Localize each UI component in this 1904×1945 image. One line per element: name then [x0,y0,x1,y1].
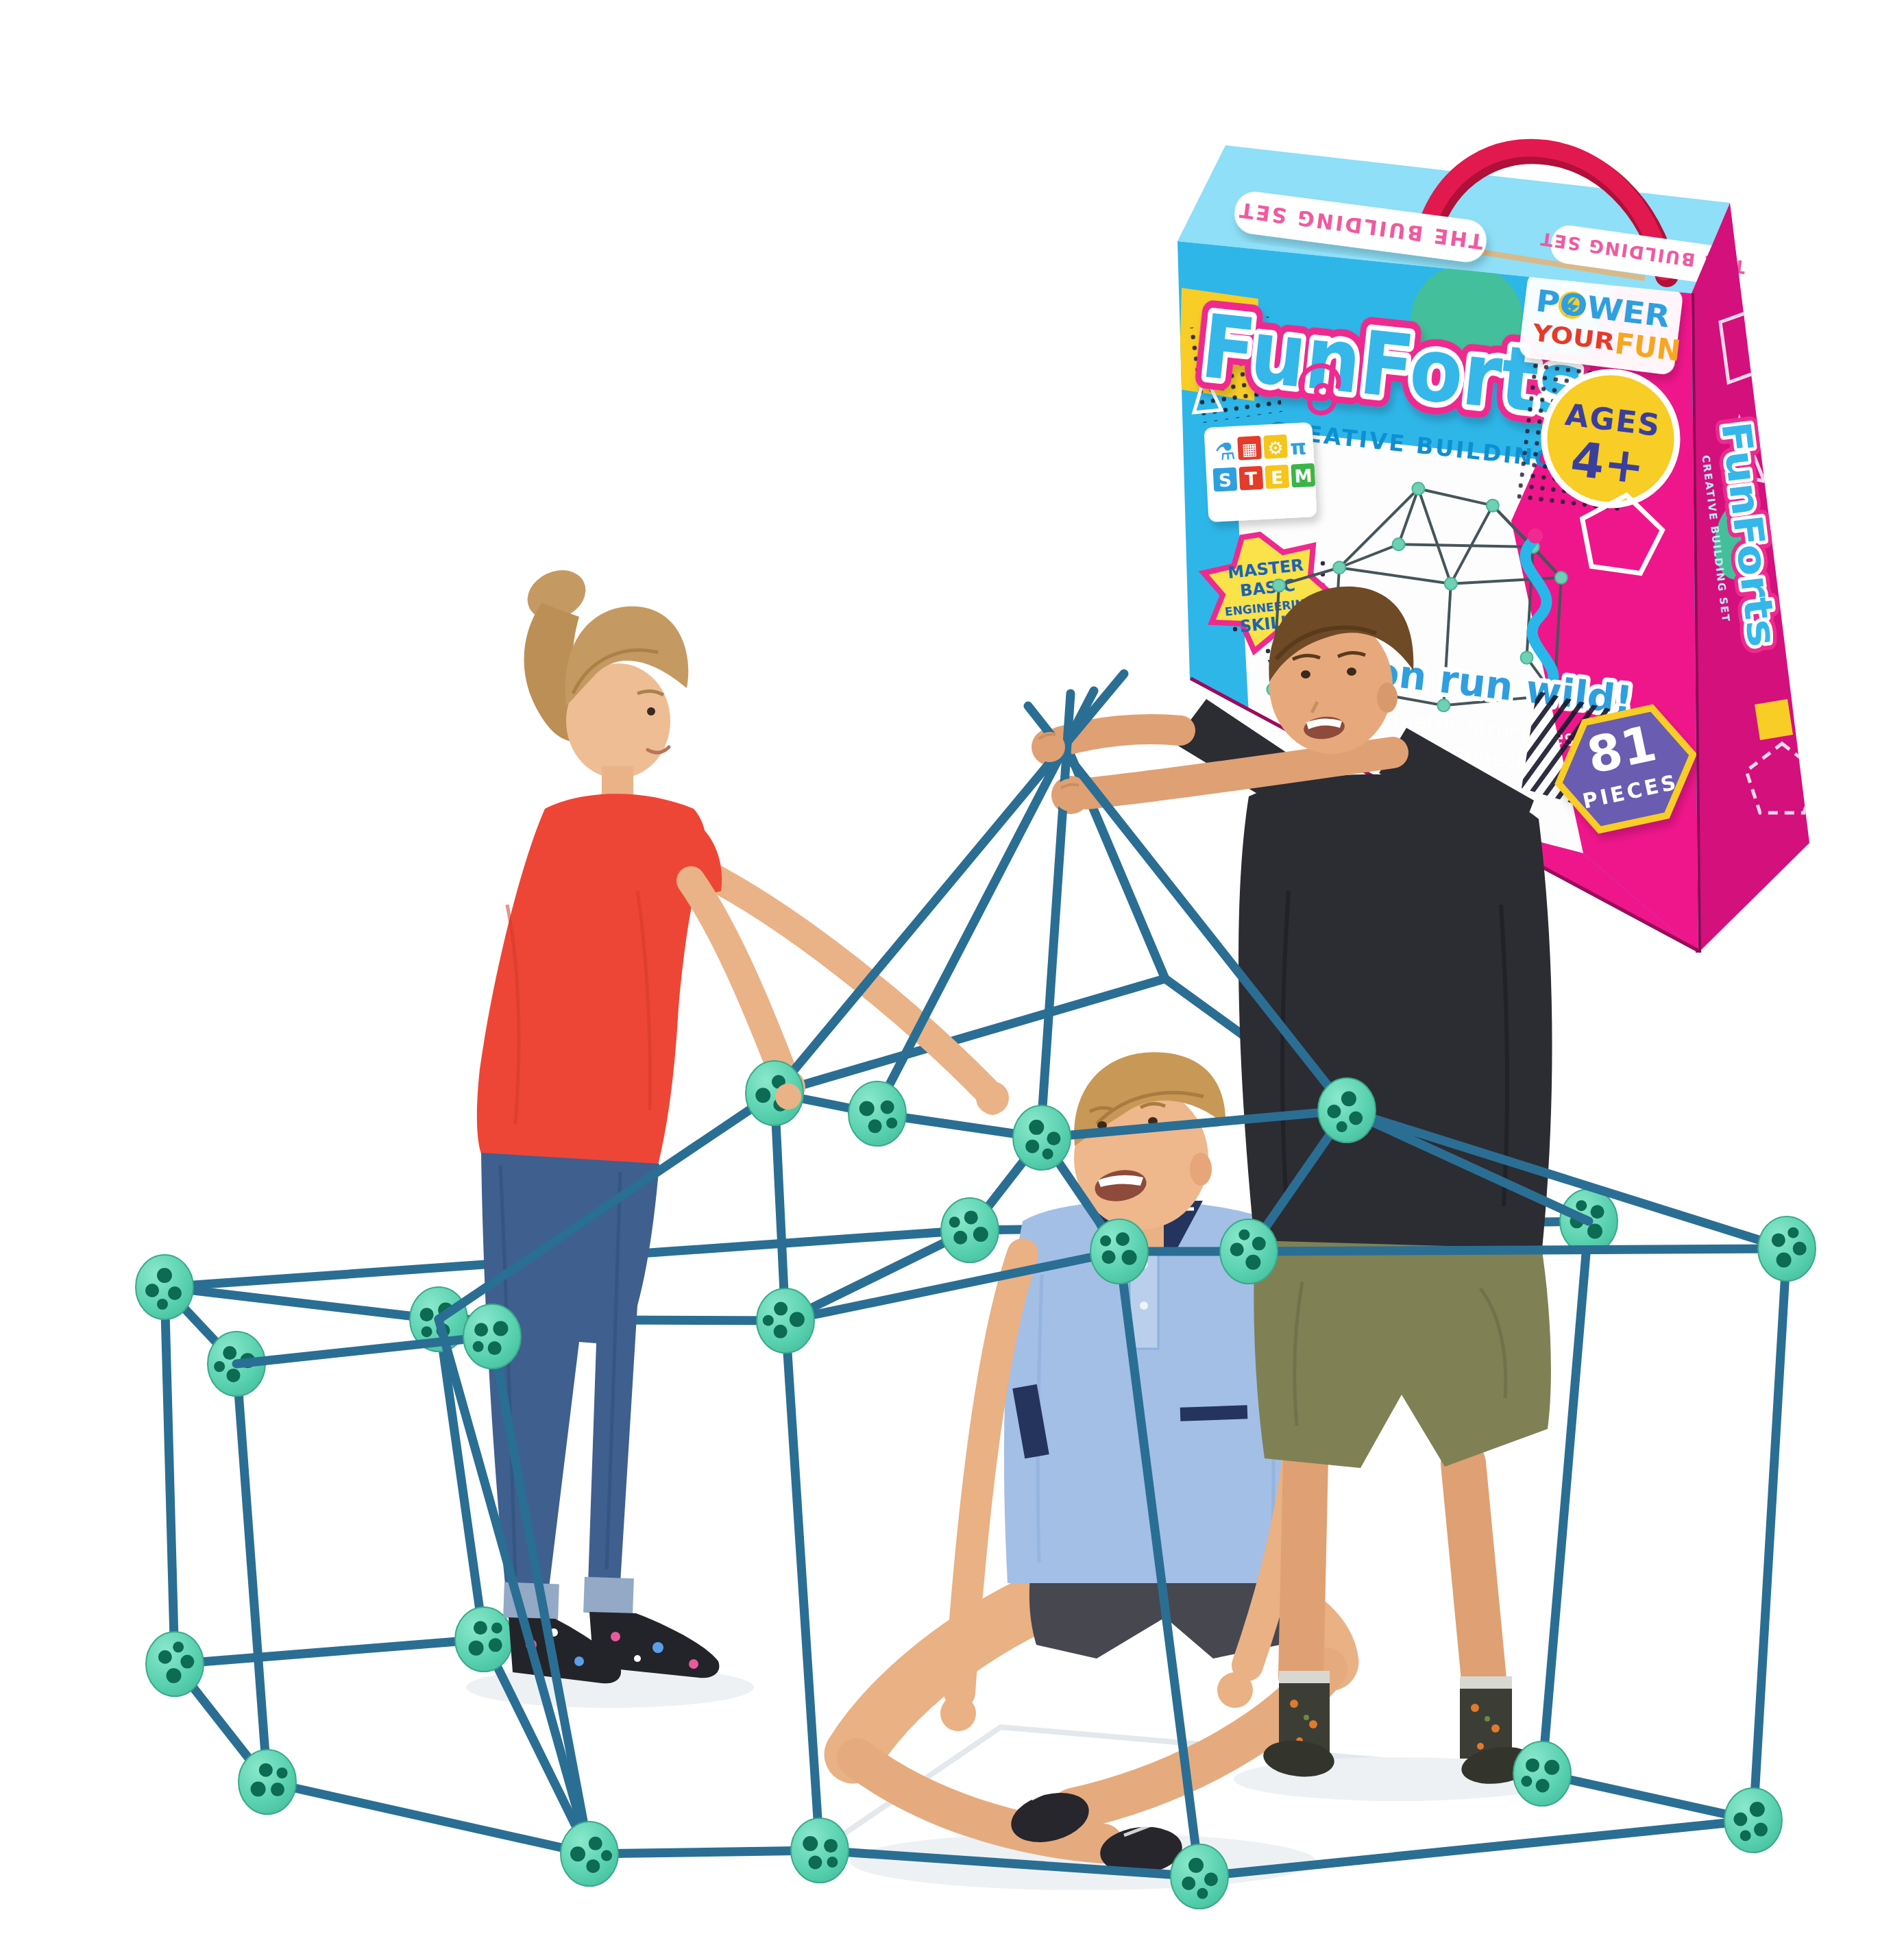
connector-hole [1337,1121,1347,1132]
stem-letter-m: M [1294,465,1313,487]
standboy-left-leg [1301,1460,1306,1676]
connector-hole [859,1101,875,1116]
standboy-sock-stripe [1279,1671,1330,1683]
building-rod [175,1639,484,1664]
connector-hole [1197,1888,1208,1899]
flask-icon: ⚗ [1214,437,1236,466]
diagram-node [1554,571,1567,584]
connector-hole [168,1286,182,1300]
connector-hole [1100,1236,1111,1247]
sitboy-left-thigh [853,1607,1028,1754]
connector-hole [1521,1776,1532,1787]
standboy-shorts [1254,1234,1551,1468]
standboy-eye [1347,668,1356,676]
connector-hole [1750,1802,1765,1817]
connector-hole [1536,1778,1550,1792]
connector-hole [1772,1233,1785,1247]
connector-ball [239,1750,296,1814]
connector-hole [1252,1237,1266,1251]
connector-ball [561,1822,618,1886]
connector-hole [803,1836,818,1851]
connector-hole [488,1341,502,1355]
connector-ball [849,1081,906,1146]
sitboy-button [1140,1301,1148,1310]
connector-ball [1758,1216,1816,1281]
stem-letter-t: T [1245,468,1258,489]
connector-hole [881,1100,894,1114]
connector-hole [790,1312,805,1327]
connector-hole [1587,1223,1602,1238]
connector-hole [474,1621,487,1635]
diagram-node [1332,561,1345,574]
standboy-fist-over [1035,732,1065,762]
connector-hole [570,1846,585,1861]
connector-hole [1787,1227,1798,1238]
building-rod [1542,1774,1753,1820]
yellow-square-icon [1755,699,1793,740]
connector-ball [463,1304,521,1369]
connector-hole [158,1650,172,1664]
connector-ball [1090,1219,1148,1284]
building-rod [1249,1249,1787,1251]
connector-hole [774,1302,788,1316]
diagram-node [1444,577,1457,590]
building-rod [1542,1221,1589,1774]
connector-hole [493,1321,508,1336]
connector-hole [1327,1105,1341,1118]
connector-ball [146,1632,204,1696]
connector-hole [180,1655,194,1669]
connector-hole [886,1118,897,1129]
connector-hole [964,1210,978,1224]
connector-hole [1188,1858,1204,1873]
qr-icon: ▦ [1241,439,1258,459]
connector-hole [949,1216,960,1227]
building-rod [589,1850,820,1854]
sitboy-ear [1190,1153,1212,1186]
connector-hole [277,1767,288,1778]
connector-hole [474,1323,488,1336]
connector-hole [223,1346,236,1360]
diagram-node [1412,482,1425,495]
girl-jean-cuff-right [583,1577,634,1614]
diagram-node [1272,579,1285,592]
standboy-right-leg [1463,1463,1484,1679]
connector-hole [589,1837,602,1850]
connector-hole [173,1641,184,1652]
diagram-node [1520,651,1533,664]
standboy-sock-stripe [1460,1676,1512,1689]
standboy-ear [1377,683,1398,713]
connector-hole [1230,1243,1244,1256]
connector-hole [1349,1111,1363,1125]
connector-ball [1013,1105,1071,1170]
connector-hole [953,1231,967,1245]
building-rod [164,1287,439,1319]
connector-hole [271,1783,284,1796]
connector-hole [763,1315,774,1326]
connector-hole [1544,1760,1559,1775]
building-rod [439,1319,484,1639]
girl-fingers-over [775,1084,801,1110]
building-rod [1753,1249,1787,1820]
connector-ball [1724,1788,1782,1852]
connector-hole [1341,1091,1356,1106]
girl-eye [647,707,655,715]
connector-hole [491,1622,502,1633]
stem-badge: ⚗ ▦ ⚙ π S T E M [1204,422,1317,522]
building-rod [267,1782,589,1854]
connector-hole [1042,1149,1053,1160]
connector-ball [1513,1741,1571,1806]
connector-hole [1025,1140,1039,1153]
connector-hole [755,1088,770,1103]
connector-hole [157,1268,172,1283]
connector-hole [420,1308,434,1321]
girl-fingers-over [982,1094,1003,1115]
connector-hole [469,1641,484,1656]
diagram-node [1486,499,1499,512]
girl-tshirt [477,794,706,1165]
connector-hole [1122,1250,1137,1265]
connector-hole [1245,1255,1260,1270]
connector-hole [1733,1813,1747,1826]
ages-value: 4+ [1567,430,1648,495]
connector-hole [145,1284,159,1297]
connector-hole [973,1227,988,1242]
gear-icon: ⚙ [1267,437,1284,458]
connector-hole [422,1326,432,1337]
connector-hole [824,1839,838,1852]
connector-hole [167,1668,182,1683]
connector-hole [1047,1131,1060,1145]
connector-hole [251,1781,266,1796]
connector-ball [1318,1078,1376,1142]
stem-letter-e: E [1271,467,1284,488]
product-photo-scene: THE BUILDING SET THE BUILDING SET FunFor… [0,0,1904,1945]
connector-hole [827,1857,838,1868]
standboy-eye [1301,670,1310,678]
building-rod [774,1093,785,1321]
connector-hole [1526,1759,1539,1772]
pi-icon: π [1289,435,1307,459]
sitboy-left-hand [940,1696,976,1731]
connector-hole [586,1859,600,1873]
connector-hole [214,1361,225,1372]
building-rod [164,1287,175,1664]
connector-ball [791,1818,849,1883]
connector-hole [1777,1252,1792,1267]
connector-hole [601,1850,612,1861]
connector-hole [1182,1876,1195,1890]
connector-hole [259,1763,273,1777]
connector-hole [1754,1823,1768,1837]
connector-hole [1740,1830,1751,1841]
connector-ball [757,1288,814,1353]
connector-hole [157,1299,168,1310]
connector-hole [473,1341,484,1352]
connector-ball [941,1198,999,1262]
connector-hole [774,1325,788,1338]
connector-hole [1793,1242,1807,1256]
connector-hole [808,1856,822,1870]
connector-hole [1576,1200,1587,1211]
connector-ball [1220,1219,1278,1284]
building-rod [785,1321,820,1850]
connector-hole [1102,1250,1116,1264]
connector-hole [1238,1230,1249,1240]
connector-hole [1116,1232,1130,1246]
connector-hole [226,1369,240,1382]
connector-ball [136,1255,193,1319]
connector-hole [1591,1205,1604,1219]
connector-hole [1029,1120,1044,1135]
connector-ball [1171,1844,1228,1909]
sitboy-right-hand [1217,1672,1253,1708]
connector-hole [868,1119,882,1133]
stem-letter-s: S [1218,469,1232,491]
squiggle-dot-pink [1528,528,1543,543]
diagram-node [1392,538,1405,551]
sitboy-pocket-trim [1180,1405,1248,1421]
connector-hole [1204,1872,1218,1886]
building-rod [236,1364,267,1782]
connector-hole [489,1638,502,1652]
